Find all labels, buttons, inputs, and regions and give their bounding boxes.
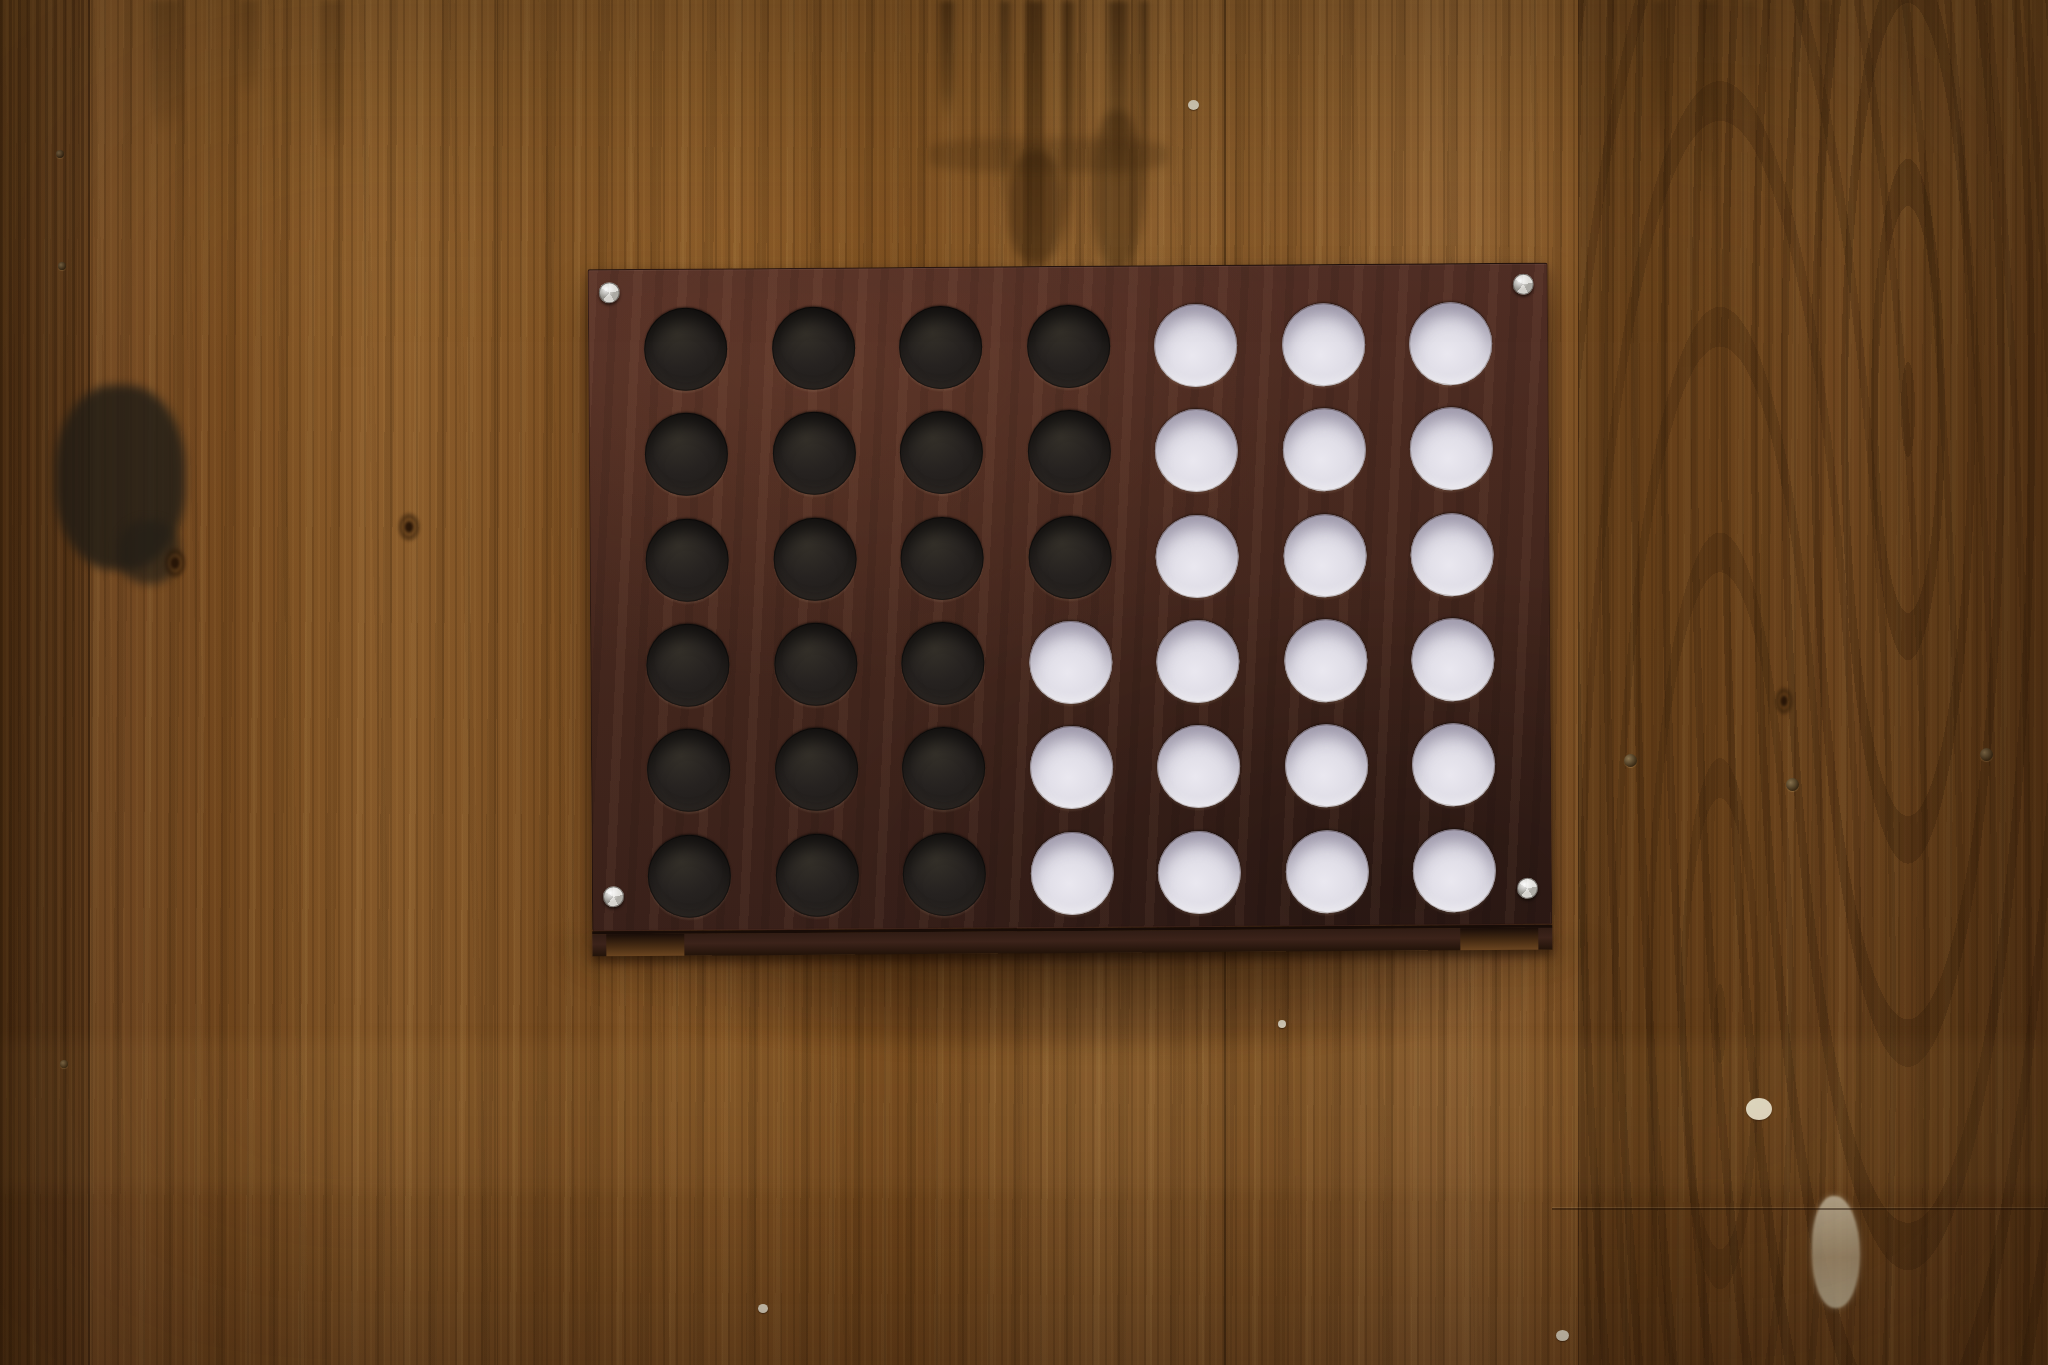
cell-r1c6: [1259, 292, 1387, 398]
stain-streak-top-right: [1654, 0, 1664, 150]
water-stain-smear: [928, 138, 1168, 172]
black-disc: [772, 307, 856, 391]
white-disc: [1285, 830, 1369, 914]
board-hole: [903, 832, 987, 916]
black-disc: [1027, 410, 1111, 494]
black-disc: [646, 623, 730, 707]
cell-r6c7: [1390, 817, 1518, 923]
wall-scratch: [1552, 1208, 2048, 1210]
white-disc: [1156, 620, 1240, 704]
board-hole: [899, 306, 983, 390]
cell-r3c5: [1133, 503, 1261, 609]
white-disc: [1030, 726, 1114, 810]
white-disc: [1411, 618, 1495, 702]
photo-scene: [0, 0, 2048, 1365]
board-hole: [645, 413, 729, 497]
cell-r2c3: [878, 400, 1006, 506]
white-disc: [1158, 830, 1242, 914]
stain-streak-top-right: [1700, 0, 1716, 210]
white-disc: [1155, 409, 1239, 493]
board-hole: [772, 307, 856, 391]
black-disc: [899, 306, 983, 390]
white-disc: [1412, 723, 1496, 807]
cell-r4c4: [1007, 609, 1135, 715]
white-disc: [1283, 514, 1367, 598]
board-hole: [1027, 305, 1111, 389]
black-disc: [1027, 305, 1111, 389]
water-stain-blob: [1092, 110, 1142, 270]
wall-light-band: [0, 1040, 2048, 1190]
board-hole: [773, 517, 857, 601]
cell-r4c2: [752, 611, 880, 717]
cell-r6c2: [753, 822, 881, 928]
board-hole: [1285, 830, 1369, 914]
black-disc: [901, 516, 985, 600]
board-hole: [900, 411, 984, 495]
nail-head: [1624, 754, 1637, 767]
cell-r5c5: [1135, 714, 1263, 820]
board-hole: [901, 516, 985, 600]
cell-r5c3: [880, 716, 1008, 822]
board-hole: [902, 727, 986, 811]
black-disc: [648, 834, 732, 918]
wood-knot: [1770, 680, 1798, 722]
black-disc: [646, 518, 730, 602]
board-hole: [774, 623, 858, 707]
cell-r5c1: [625, 717, 753, 823]
wood-knot: [392, 505, 426, 549]
board-hole: [1028, 515, 1112, 599]
cell-r4c3: [879, 610, 1007, 716]
mounting-screw-bottom-right: [1517, 878, 1538, 899]
cell-r6c3: [880, 821, 1008, 927]
stain-streak-top-right: [1745, 0, 1753, 120]
white-disc: [1410, 407, 1494, 491]
black-disc: [775, 728, 859, 812]
board-hole: [1412, 723, 1496, 807]
board-hole: [646, 518, 730, 602]
board-hole: [1156, 620, 1240, 704]
cell-r3c6: [1261, 502, 1389, 608]
board-hole: [1283, 514, 1367, 598]
board-hole: [1409, 302, 1493, 386]
board-hole: [1030, 726, 1114, 810]
cell-r4c1: [624, 612, 752, 718]
board-hole: [1030, 831, 1114, 915]
cell-r1c4: [1004, 294, 1132, 400]
rail-notch-left: [606, 934, 684, 957]
cell-r3c4: [1006, 504, 1134, 610]
white-disc: [1409, 302, 1493, 386]
board-hole: [1284, 619, 1368, 703]
board-hole: [1413, 829, 1497, 913]
board-hole: [1155, 409, 1239, 493]
black-disc: [772, 412, 856, 496]
wall-gouge: [1812, 1196, 1860, 1308]
black-disc: [645, 413, 729, 497]
board-hole: [647, 729, 731, 813]
board-hole: [1157, 725, 1241, 809]
cell-r2c4: [1005, 399, 1133, 505]
board-hole: [1154, 304, 1238, 388]
black-disc: [647, 729, 731, 813]
cell-r2c7: [1388, 396, 1516, 502]
black-disc: [1028, 515, 1112, 599]
white-disc: [1029, 621, 1113, 705]
black-disc: [900, 411, 984, 495]
board-hole: [1411, 513, 1495, 597]
nail-head: [1980, 748, 1993, 761]
cell-r1c3: [877, 294, 1005, 400]
cell-r5c6: [1262, 713, 1390, 819]
cell-r2c2: [750, 401, 878, 507]
wood-knot: [158, 540, 192, 586]
board-hole: [1282, 303, 1366, 387]
cell-r6c6: [1263, 818, 1391, 924]
cell-r6c4: [1008, 820, 1136, 926]
connect-four-board: [588, 263, 1553, 957]
white-disc: [1413, 829, 1497, 913]
board-hole: [775, 833, 859, 917]
cell-r3c2: [751, 506, 879, 612]
mounting-screw-top-left: [599, 282, 620, 303]
stain-streak-top-left: [240, 0, 258, 100]
white-disc: [1411, 513, 1495, 597]
cell-r5c7: [1390, 712, 1518, 818]
mounting-screw-top-right: [1513, 274, 1534, 295]
paint-speck: [758, 1304, 768, 1313]
board-hole: [644, 308, 728, 392]
board-hole: [1410, 407, 1494, 491]
cell-r3c3: [878, 505, 1006, 611]
cell-r1c5: [1132, 293, 1260, 399]
water-stain-drip: [1000, 0, 1010, 210]
cell-r2c6: [1260, 397, 1388, 503]
board-hole: [775, 728, 859, 812]
paint-speck: [1188, 100, 1199, 110]
black-disc: [902, 727, 986, 811]
white-disc: [1030, 831, 1114, 915]
black-disc: [775, 833, 859, 917]
water-stain-drip: [1062, 0, 1074, 262]
cell-r4c5: [1134, 609, 1262, 715]
cell-r4c7: [1389, 607, 1517, 713]
rail-notch-right: [1460, 928, 1538, 951]
mounting-screw-bottom-left: [603, 886, 624, 907]
disc-grid: [622, 291, 1519, 929]
cell-r5c4: [1007, 715, 1135, 821]
stain-streak-top-right: [1900, 0, 1910, 170]
white-disc: [1284, 619, 1368, 703]
paint-speck: [1556, 1330, 1569, 1341]
board-hole: [1027, 410, 1111, 494]
cell-r4c6: [1261, 608, 1389, 714]
black-disc: [774, 623, 858, 707]
black-disc: [903, 832, 987, 916]
cell-r5c2: [752, 717, 880, 823]
cell-r6c5: [1135, 819, 1263, 925]
black-disc: [773, 517, 857, 601]
stain-streak-top-right: [1820, 0, 1832, 95]
water-stain-drip: [940, 0, 954, 120]
board-hole: [648, 834, 732, 918]
board-hole: [1158, 830, 1242, 914]
board-hole: [901, 622, 985, 706]
nail-hole: [56, 150, 64, 158]
white-disc: [1285, 724, 1369, 808]
cell-r2c5: [1133, 398, 1261, 504]
board-hole: [1285, 724, 1369, 808]
white-disc: [1156, 515, 1240, 599]
black-disc: [644, 308, 728, 392]
nail-head: [1786, 778, 1799, 791]
board-hole: [1282, 408, 1366, 492]
cell-r3c1: [623, 507, 751, 613]
nail-hole: [58, 262, 66, 270]
board-hole: [1411, 618, 1495, 702]
white-disc: [1282, 303, 1366, 387]
board-hole: [646, 623, 730, 707]
cell-r1c2: [749, 295, 877, 401]
cell-r1c1: [622, 296, 750, 402]
cell-r6c1: [625, 823, 753, 929]
cell-r2c1: [623, 402, 751, 508]
cell-r1c7: [1387, 291, 1515, 397]
cell-r3c7: [1388, 501, 1516, 607]
white-disc: [1282, 408, 1366, 492]
board-hole: [772, 412, 856, 496]
board-hole: [1156, 515, 1240, 599]
white-disc: [1154, 304, 1238, 388]
black-disc: [901, 622, 985, 706]
stain-streak-top-left: [150, 0, 180, 140]
stain-streak-top-left: [320, 0, 342, 160]
board-hole: [1029, 621, 1113, 705]
white-disc: [1157, 725, 1241, 809]
